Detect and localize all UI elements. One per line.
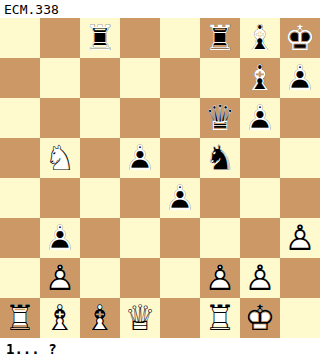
square-c2[interactable] xyxy=(80,258,120,298)
piece-glyph-outline: ♔ xyxy=(280,18,320,58)
piece-glyph-outline: ♙ xyxy=(40,218,80,258)
square-a6[interactable] xyxy=(0,98,40,138)
status-bar: 1... ? xyxy=(0,338,320,360)
piece-glyph-outline: ♙ xyxy=(280,58,320,98)
square-e3[interactable] xyxy=(160,218,200,258)
square-g3[interactable] xyxy=(240,218,280,258)
piece-glyph-outline: ♙ xyxy=(240,258,280,298)
square-c1[interactable]: ♝♗ xyxy=(80,298,120,338)
square-h3[interactable]: ♟♙ xyxy=(280,218,320,258)
piece-glyph-outline: ♗ xyxy=(240,18,280,58)
square-b8[interactable] xyxy=(40,18,80,58)
square-a2[interactable] xyxy=(0,258,40,298)
square-b2[interactable]: ♟♙ xyxy=(40,258,80,298)
square-f1[interactable]: ♜♖ xyxy=(200,298,240,338)
square-c5[interactable] xyxy=(80,138,120,178)
square-c6[interactable] xyxy=(80,98,120,138)
piece-white-pawn: ♟♙ xyxy=(200,258,240,298)
piece-white-pawn: ♟♙ xyxy=(280,218,320,258)
square-c8[interactable]: ♜♖ xyxy=(80,18,120,58)
square-d2[interactable] xyxy=(120,258,160,298)
square-e5[interactable] xyxy=(160,138,200,178)
square-f2[interactable]: ♟♙ xyxy=(200,258,240,298)
piece-white-king: ♚♔ xyxy=(240,298,280,338)
square-e2[interactable] xyxy=(160,258,200,298)
piece-glyph-outline: ♙ xyxy=(120,138,160,178)
square-c3[interactable] xyxy=(80,218,120,258)
square-e8[interactable] xyxy=(160,18,200,58)
chess-board: ♜♖♜♖♝♗♚♔♝♗♟♙♛♕♟♙♞♘♟♙♞♘♟♙♟♙♟♙♟♙♟♙♟♙♜♖♝♗♝♗… xyxy=(0,18,320,338)
piece-white-rook: ♜♖ xyxy=(0,298,40,338)
square-c4[interactable] xyxy=(80,178,120,218)
piece-black-pawn: ♟♙ xyxy=(280,58,320,98)
square-a8[interactable] xyxy=(0,18,40,58)
square-h5[interactable] xyxy=(280,138,320,178)
square-a1[interactable]: ♜♖ xyxy=(0,298,40,338)
square-b4[interactable] xyxy=(40,178,80,218)
piece-glyph-outline: ♖ xyxy=(200,298,240,338)
piece-glyph-outline: ♖ xyxy=(200,18,240,58)
square-h7[interactable]: ♟♙ xyxy=(280,58,320,98)
piece-black-rook: ♜♖ xyxy=(80,18,120,58)
square-a3[interactable] xyxy=(0,218,40,258)
square-d6[interactable] xyxy=(120,98,160,138)
piece-black-pawn: ♟♙ xyxy=(120,138,160,178)
piece-black-pawn: ♟♙ xyxy=(240,98,280,138)
square-b1[interactable]: ♝♗ xyxy=(40,298,80,338)
piece-glyph-outline: ♘ xyxy=(200,138,240,178)
piece-white-bishop: ♝♗ xyxy=(40,298,80,338)
piece-black-queen: ♛♕ xyxy=(200,98,240,138)
square-f4[interactable] xyxy=(200,178,240,218)
square-b6[interactable] xyxy=(40,98,80,138)
piece-black-pawn: ♟♙ xyxy=(160,178,200,218)
square-b5[interactable]: ♞♘ xyxy=(40,138,80,178)
square-f8[interactable]: ♜♖ xyxy=(200,18,240,58)
move-prompt: 1... ? xyxy=(6,341,57,357)
piece-glyph-outline: ♕ xyxy=(200,98,240,138)
piece-glyph-outline: ♙ xyxy=(280,218,320,258)
piece-black-bishop: ♝♗ xyxy=(240,58,280,98)
square-e6[interactable] xyxy=(160,98,200,138)
piece-white-knight: ♞♘ xyxy=(40,138,80,178)
square-e4[interactable]: ♟♙ xyxy=(160,178,200,218)
square-h8[interactable]: ♚♔ xyxy=(280,18,320,58)
square-c7[interactable] xyxy=(80,58,120,98)
square-a5[interactable] xyxy=(0,138,40,178)
square-a7[interactable] xyxy=(0,58,40,98)
square-e1[interactable] xyxy=(160,298,200,338)
piece-black-king: ♚♔ xyxy=(280,18,320,58)
square-d8[interactable] xyxy=(120,18,160,58)
square-d5[interactable]: ♟♙ xyxy=(120,138,160,178)
piece-glyph-outline: ♕ xyxy=(120,298,160,338)
piece-glyph-outline: ♗ xyxy=(80,298,120,338)
piece-glyph-outline: ♘ xyxy=(40,138,80,178)
piece-black-rook: ♜♖ xyxy=(200,18,240,58)
piece-glyph-outline: ♗ xyxy=(240,58,280,98)
square-f6[interactable]: ♛♕ xyxy=(200,98,240,138)
diagram-title: ECM.338 xyxy=(4,2,59,17)
square-g8[interactable]: ♝♗ xyxy=(240,18,280,58)
piece-glyph-outline: ♙ xyxy=(240,98,280,138)
piece-glyph-outline: ♗ xyxy=(40,298,80,338)
piece-white-pawn: ♟♙ xyxy=(40,258,80,298)
square-f5[interactable]: ♞♘ xyxy=(200,138,240,178)
square-h1[interactable] xyxy=(280,298,320,338)
square-a4[interactable] xyxy=(0,178,40,218)
piece-glyph-outline: ♔ xyxy=(240,298,280,338)
piece-white-rook: ♜♖ xyxy=(200,298,240,338)
square-h4[interactable] xyxy=(280,178,320,218)
piece-white-bishop: ♝♗ xyxy=(80,298,120,338)
square-d7[interactable] xyxy=(120,58,160,98)
square-d4[interactable] xyxy=(120,178,160,218)
square-e7[interactable] xyxy=(160,58,200,98)
square-g6[interactable]: ♟♙ xyxy=(240,98,280,138)
piece-glyph-outline: ♙ xyxy=(40,258,80,298)
square-d1[interactable]: ♛♕ xyxy=(120,298,160,338)
piece-black-knight: ♞♘ xyxy=(200,138,240,178)
square-f7[interactable] xyxy=(200,58,240,98)
square-f3[interactable] xyxy=(200,218,240,258)
title-bar: ECM.338 xyxy=(0,0,320,18)
square-g4[interactable] xyxy=(240,178,280,218)
piece-black-bishop: ♝♗ xyxy=(240,18,280,58)
piece-glyph-outline: ♖ xyxy=(0,298,40,338)
square-g7[interactable]: ♝♗ xyxy=(240,58,280,98)
chess-diagram-window: ECM.338 ♜♖♜♖♝♗♚♔♝♗♟♙♛♕♟♙♞♘♟♙♞♘♟♙♟♙♟♙♟♙♟♙… xyxy=(0,0,320,360)
square-g1[interactable]: ♚♔ xyxy=(240,298,280,338)
square-d3[interactable] xyxy=(120,218,160,258)
piece-glyph-outline: ♙ xyxy=(200,258,240,298)
piece-white-queen: ♛♕ xyxy=(120,298,160,338)
square-g2[interactable]: ♟♙ xyxy=(240,258,280,298)
square-g5[interactable] xyxy=(240,138,280,178)
piece-glyph-outline: ♖ xyxy=(80,18,120,58)
piece-white-pawn: ♟♙ xyxy=(240,258,280,298)
piece-black-pawn: ♟♙ xyxy=(40,218,80,258)
piece-glyph-outline: ♙ xyxy=(160,178,200,218)
square-b3[interactable]: ♟♙ xyxy=(40,218,80,258)
square-h6[interactable] xyxy=(280,98,320,138)
square-b7[interactable] xyxy=(40,58,80,98)
square-h2[interactable] xyxy=(280,258,320,298)
